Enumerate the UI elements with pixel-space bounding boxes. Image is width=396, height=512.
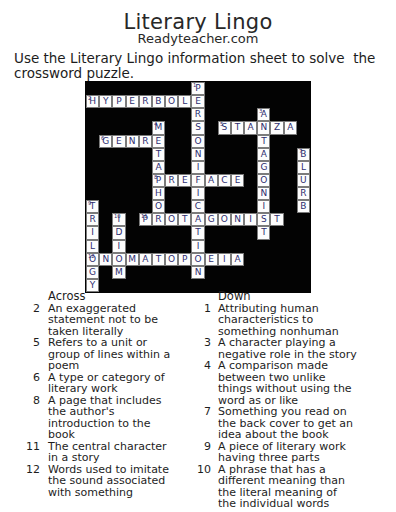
black-cell: [126, 240, 139, 253]
black-cell: [126, 148, 139, 161]
cell-letter: S: [261, 215, 267, 224]
black-cell: [86, 108, 99, 121]
black-cell: [165, 161, 178, 174]
cell-letter: E: [182, 176, 188, 185]
cell-letter: N: [195, 268, 202, 277]
cell-letter: O: [168, 215, 175, 224]
black-cell: [297, 253, 310, 266]
cell-r8c14[interactable]: O: [257, 174, 270, 187]
cell-letter: M: [128, 255, 136, 264]
page-subtitle: Readyteacher.com: [0, 32, 396, 45]
cell-letter: B: [300, 202, 306, 211]
cell-letter: O: [115, 255, 122, 264]
cell-r9c17[interactable]: R: [297, 187, 310, 200]
cell-r4c12[interactable]: T: [231, 121, 244, 134]
black-cell: [126, 187, 139, 200]
cell-letter: R: [300, 189, 306, 198]
cell-r4c15[interactable]: Z: [270, 121, 283, 134]
down-clue-1: 1Attributing human characteristics to so…: [194, 303, 394, 338]
cell-letter: A: [155, 163, 161, 172]
black-cell: [139, 266, 152, 279]
black-cell: [152, 266, 165, 279]
cell-letter: T: [261, 137, 267, 146]
clue-number-label: 4: [194, 360, 211, 406]
black-cell: [139, 240, 152, 253]
cell-letter: L: [182, 97, 187, 106]
clue-text: An exaggerated statement not to be taken…: [48, 303, 158, 338]
cell-letter: N: [129, 137, 136, 146]
black-cell: [139, 82, 152, 95]
cell-r6c6[interactable]: T: [152, 148, 165, 161]
black-cell: [178, 240, 191, 253]
black-cell: [139, 121, 152, 134]
black-cell: [112, 121, 125, 134]
clue-text: A comparison made between two unlike thi…: [218, 360, 352, 406]
cell-r5c6[interactable]: E: [152, 135, 165, 148]
cell-r4c14[interactable]: N: [257, 121, 270, 134]
black-cell: [86, 82, 99, 95]
black-cell: [244, 240, 257, 253]
clue-number-label: 11: [24, 441, 40, 464]
cell-clue-number: 4: [154, 122, 157, 127]
cell-clue-number: 6: [101, 136, 104, 141]
cell-letter: A: [234, 255, 240, 264]
cell-r13c1[interactable]: L: [86, 240, 99, 253]
black-cell: [165, 135, 178, 148]
black-cell: [152, 108, 165, 121]
cell-r14c7[interactable]: O: [165, 253, 178, 266]
cell-r2c9[interactable]: E: [191, 95, 204, 108]
cell-r3c14[interactable]: 3A: [257, 108, 270, 121]
cell-r2c6[interactable]: B: [152, 95, 165, 108]
black-cell: [178, 135, 191, 148]
black-cell: [297, 135, 310, 148]
cell-r11c6[interactable]: R: [152, 213, 165, 226]
black-cell: [297, 213, 310, 226]
cell-r2c7[interactable]: O: [165, 95, 178, 108]
cell-clue-number: 11: [141, 214, 148, 219]
black-cell: [86, 187, 99, 200]
black-cell: [165, 226, 178, 239]
cell-r2c2[interactable]: Y: [99, 95, 112, 108]
cell-letter: R: [195, 110, 201, 119]
black-cell: [178, 148, 191, 161]
cell-r14c2[interactable]: N: [99, 253, 112, 266]
cell-letter: I: [249, 215, 252, 224]
cell-letter: Z: [274, 123, 280, 132]
cell-r10c17[interactable]: B: [297, 200, 310, 213]
black-cell: [297, 108, 310, 121]
cell-r14c1[interactable]: 12O: [86, 253, 99, 266]
cell-r6c9[interactable]: N: [191, 148, 204, 161]
black-cell: [205, 148, 218, 161]
black-cell: [244, 108, 257, 121]
black-cell: [297, 82, 310, 95]
cell-r4c13[interactable]: A: [244, 121, 257, 134]
black-cell: [112, 148, 125, 161]
black-cell: [284, 200, 297, 213]
black-cell: [205, 121, 218, 134]
black-cell: [297, 226, 310, 239]
black-cell: [112, 187, 125, 200]
cell-r8c10[interactable]: A: [205, 174, 218, 187]
cell-r14c4[interactable]: M: [126, 253, 139, 266]
black-cell: [112, 82, 125, 95]
black-cell: [284, 213, 297, 226]
black-cell: [218, 226, 231, 239]
black-cell: [99, 266, 112, 279]
black-cell: [270, 253, 283, 266]
cell-clue-number: 3: [259, 109, 262, 114]
cell-r7c17[interactable]: L: [297, 161, 310, 174]
down-clue-3: 3A character playing a negative role in …: [194, 337, 394, 360]
cell-r12c9[interactable]: T: [191, 226, 204, 239]
down-clue-10: 10A phrase that has a different meaning …: [194, 464, 394, 510]
black-cell: [178, 161, 191, 174]
cell-r14c6[interactable]: T: [152, 253, 165, 266]
black-cell: [244, 253, 257, 266]
black-cell: [297, 95, 310, 108]
cell-r2c5[interactable]: R: [139, 95, 152, 108]
cell-letter: T: [182, 215, 188, 224]
clue-number-label: 8: [24, 395, 40, 441]
cell-r4c9[interactable]: S: [191, 121, 204, 134]
black-cell: [178, 121, 191, 134]
crossword-grid: 1P2HYPERBOLER3A4MS5STANZA6GENREOTTNA7BAI…: [85, 81, 311, 293]
cell-r1c9[interactable]: 1P: [191, 82, 204, 95]
cell-r4c11[interactable]: 5S: [218, 121, 231, 134]
across-clues-section: Across 2An exaggerated statement not to …: [24, 291, 192, 498]
cell-r13c3[interactable]: I: [112, 240, 125, 253]
cell-clue-number: 1: [193, 83, 196, 88]
cell-r14c11[interactable]: I: [218, 253, 231, 266]
black-cell: [139, 161, 152, 174]
cell-r5c2[interactable]: 6G: [99, 135, 112, 148]
black-cell: [152, 226, 165, 239]
black-cell: [165, 82, 178, 95]
cell-letter: R: [142, 137, 148, 146]
black-cell: [270, 82, 283, 95]
cell-r3c9[interactable]: R: [191, 108, 204, 121]
clue-number-label: 10: [194, 464, 211, 510]
cell-letter: A: [261, 150, 267, 159]
black-cell: [218, 200, 231, 213]
cell-letter: T: [156, 150, 162, 159]
black-cell: [284, 240, 297, 253]
cell-r8c7[interactable]: R: [165, 174, 178, 187]
cell-letter: A: [142, 255, 148, 264]
cell-r11c1[interactable]: R: [86, 213, 99, 226]
black-cell: [86, 135, 99, 148]
cell-r14c3[interactable]: O: [112, 253, 125, 266]
black-cell: [218, 240, 231, 253]
black-cell: [178, 226, 191, 239]
black-cell: [218, 187, 231, 200]
cell-letter: E: [129, 97, 135, 106]
black-cell: [205, 135, 218, 148]
black-cell: [231, 108, 244, 121]
clue-text: The central character in a story: [48, 441, 167, 464]
cell-letter: T: [156, 255, 162, 264]
black-cell: [244, 187, 257, 200]
cell-letter: I: [263, 202, 266, 211]
cell-r14c10[interactable]: E: [205, 253, 218, 266]
cell-letter: O: [155, 202, 162, 211]
cell-r14c8[interactable]: P: [178, 253, 191, 266]
cell-r15c3[interactable]: M: [112, 266, 125, 279]
cell-r11c15[interactable]: T: [270, 213, 283, 226]
black-cell: [231, 82, 244, 95]
black-cell: [178, 108, 191, 121]
black-cell: [112, 108, 125, 121]
black-cell: [244, 82, 257, 95]
cell-letter: R: [155, 215, 161, 224]
black-cell: [257, 95, 270, 108]
black-cell: [218, 95, 231, 108]
cell-r10c14[interactable]: I: [257, 200, 270, 213]
cell-letter: C: [221, 176, 227, 185]
black-cell: [244, 200, 257, 213]
cell-letter: H: [155, 189, 162, 198]
black-cell: [218, 135, 231, 148]
cell-r11c13[interactable]: I: [244, 213, 257, 226]
black-cell: [99, 187, 112, 200]
cell-r6c14[interactable]: A: [257, 148, 270, 161]
cell-r8c6[interactable]: 8P: [152, 174, 165, 187]
cell-letter: I: [91, 228, 94, 237]
black-cell: [152, 240, 165, 253]
black-cell: [218, 82, 231, 95]
cell-r10c1[interactable]: 9T: [86, 200, 99, 213]
black-cell: [126, 82, 139, 95]
black-cell: [218, 266, 231, 279]
black-cell: [270, 187, 283, 200]
cell-letter: R: [142, 97, 148, 106]
black-cell: [139, 174, 152, 187]
cell-r11c7[interactable]: O: [165, 213, 178, 226]
cell-r11c10[interactable]: G: [205, 213, 218, 226]
cell-letter: T: [274, 215, 280, 224]
black-cell: [284, 108, 297, 121]
page-title: Literary Lingo: [0, 11, 396, 33]
black-cell: [205, 161, 218, 174]
cell-r15c1[interactable]: G: [86, 266, 99, 279]
black-cell: [297, 121, 310, 134]
black-cell: [126, 121, 139, 134]
clue-text: A page that includes the author's introd…: [48, 395, 161, 441]
black-cell: [257, 266, 270, 279]
cell-r12c1[interactable]: I: [86, 226, 99, 239]
black-cell: [205, 82, 218, 95]
cell-r5c3[interactable]: E: [112, 135, 125, 148]
cell-letter: A: [208, 176, 214, 185]
cell-r5c14[interactable]: T: [257, 135, 270, 148]
cell-letter: O: [168, 97, 175, 106]
cell-clue-number: 8: [154, 175, 157, 180]
black-cell: [86, 148, 99, 161]
black-cell: [86, 161, 99, 174]
cell-r8c8[interactable]: E: [178, 174, 191, 187]
clue-number-label: 1: [194, 303, 211, 338]
black-cell: [244, 161, 257, 174]
down-clue-7: 7Something you read on the back cover to…: [194, 406, 394, 441]
black-cell: [99, 121, 112, 134]
black-cell: [165, 121, 178, 134]
black-cell: [231, 135, 244, 148]
cell-r10c6[interactable]: O: [152, 200, 165, 213]
black-cell: [284, 82, 297, 95]
black-cell: [244, 95, 257, 108]
cell-r11c11[interactable]: O: [218, 213, 231, 226]
cell-r5c9[interactable]: O: [191, 135, 204, 148]
cell-letter: R: [89, 215, 95, 224]
black-cell: [284, 135, 297, 148]
clue-number-label: 2: [24, 303, 40, 338]
black-cell: [205, 240, 218, 253]
black-cell: [112, 161, 125, 174]
cell-r12c3[interactable]: D: [112, 226, 125, 239]
cell-letter: E: [156, 137, 162, 146]
cell-r6c17[interactable]: 7B: [297, 148, 310, 161]
cell-letter: A: [287, 123, 293, 132]
cell-r9c14[interactable]: N: [257, 187, 270, 200]
black-cell: [205, 108, 218, 121]
black-cell: [218, 108, 231, 121]
cell-letter: N: [261, 123, 268, 132]
black-cell: [126, 226, 139, 239]
cell-r14c9[interactable]: O: [191, 253, 204, 266]
black-cell: [99, 200, 112, 213]
black-cell: [284, 187, 297, 200]
cell-r7c9[interactable]: I: [191, 161, 204, 174]
black-cell: [178, 82, 191, 95]
black-cell: [126, 161, 139, 174]
cell-r8c12[interactable]: E: [231, 174, 244, 187]
cell-letter: E: [116, 137, 122, 146]
black-cell: [244, 148, 257, 161]
black-cell: [165, 148, 178, 161]
cell-r5c4[interactable]: N: [126, 135, 139, 148]
cell-letter: O: [221, 215, 228, 224]
across-clue-6: 6A type or category of literary work: [24, 372, 192, 395]
cell-r11c5[interactable]: 11P: [139, 213, 152, 226]
cell-letter: O: [194, 137, 201, 146]
cell-r7c6[interactable]: A: [152, 161, 165, 174]
cell-r9c9[interactable]: I: [191, 187, 204, 200]
cell-r13c9[interactable]: I: [191, 240, 204, 253]
cell-r11c3[interactable]: 10I: [112, 213, 125, 226]
black-cell: [205, 226, 218, 239]
cell-clue-number: 2: [88, 96, 91, 101]
cell-r2c8[interactable]: L: [178, 95, 191, 108]
cell-r2c4[interactable]: E: [126, 95, 139, 108]
cell-r4c6[interactable]: 4M: [152, 121, 165, 134]
cell-r4c16[interactable]: A: [284, 121, 297, 134]
instructions-text: Use the Literary Lingo information sheet…: [14, 51, 389, 81]
black-cell: [165, 187, 178, 200]
cell-r8c11[interactable]: C: [218, 174, 231, 187]
cell-letter: G: [89, 268, 96, 277]
black-cell: [99, 213, 112, 226]
black-cell: [244, 226, 257, 239]
cell-r11c8[interactable]: T: [178, 213, 191, 226]
cell-letter: E: [208, 255, 214, 264]
black-cell: [99, 226, 112, 239]
black-cell: [257, 253, 270, 266]
cell-r8c9[interactable]: F: [191, 174, 204, 187]
black-cell: [284, 148, 297, 161]
cell-r11c14[interactable]: S: [257, 213, 270, 226]
cell-r14c12[interactable]: A: [231, 253, 244, 266]
cell-r2c3[interactable]: P: [112, 95, 125, 108]
black-cell: [99, 108, 112, 121]
black-cell: [231, 226, 244, 239]
cell-letter: I: [197, 163, 200, 172]
cell-letter: T: [261, 228, 267, 237]
black-cell: [257, 240, 270, 253]
cell-r11c12[interactable]: N: [231, 213, 244, 226]
cell-r8c17[interactable]: U: [297, 174, 310, 187]
cell-clue-number: 7: [299, 149, 302, 154]
cell-r7c14[interactable]: G: [257, 161, 270, 174]
cell-letter: P: [182, 255, 187, 264]
clue-text: Attributing human characteristics to som…: [218, 303, 339, 338]
cell-r10c9[interactable]: C: [191, 200, 204, 213]
cell-r2c1[interactable]: 2H: [86, 95, 99, 108]
cell-r12c14[interactable]: T: [257, 226, 270, 239]
black-cell: [99, 82, 112, 95]
cell-letter: G: [208, 215, 215, 224]
cell-letter: Y: [90, 281, 96, 290]
black-cell: [165, 200, 178, 213]
black-cell: [139, 226, 152, 239]
black-cell: [231, 148, 244, 161]
cell-r15c9[interactable]: N: [191, 266, 204, 279]
black-cell: [205, 95, 218, 108]
black-cell: [284, 95, 297, 108]
black-cell: [284, 253, 297, 266]
down-header: Down: [218, 291, 394, 303]
cell-letter: A: [195, 215, 201, 224]
black-cell: [270, 266, 283, 279]
black-cell: [297, 240, 310, 253]
black-cell: [270, 174, 283, 187]
cell-letter: N: [195, 150, 202, 159]
black-cell: [99, 161, 112, 174]
black-cell: [284, 226, 297, 239]
black-cell: [178, 200, 191, 213]
across-clue-5: 5Refers to a unit or group of lines with…: [24, 337, 192, 372]
black-cell: [231, 266, 244, 279]
black-cell: [126, 213, 139, 226]
cell-r11c9[interactable]: A: [191, 213, 204, 226]
cell-r5c5[interactable]: R: [139, 135, 152, 148]
clue-number-label: 5: [24, 337, 40, 372]
black-cell: [270, 135, 283, 148]
cell-r14c5[interactable]: A: [139, 253, 152, 266]
clue-number-label: 7: [194, 406, 211, 441]
cell-letter: G: [260, 163, 267, 172]
across-clue-8: 8A page that includes the author's intro…: [24, 395, 192, 441]
black-cell: [270, 200, 283, 213]
cell-letter: R: [169, 176, 175, 185]
cell-letter: L: [90, 242, 95, 251]
cell-r9c6[interactable]: H: [152, 187, 165, 200]
black-cell: [244, 266, 257, 279]
black-cell: [284, 174, 297, 187]
across-clue-2: 2An exaggerated statement not to be take…: [24, 303, 192, 338]
cell-letter: L: [301, 163, 306, 172]
